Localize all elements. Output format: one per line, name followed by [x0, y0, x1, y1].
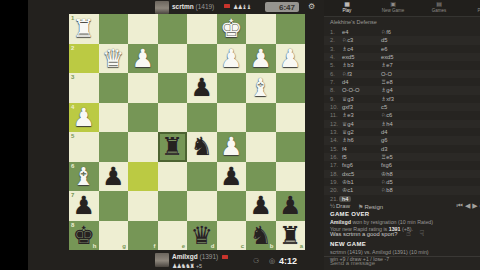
sidebar-tab-bar: ▦Play▣New Game▤Games⚉Players	[324, 0, 480, 17]
move-row-10: 10.gxf3c5	[324, 103, 480, 111]
game-over-title: GAME OVER	[330, 211, 480, 217]
file-label-c: c	[241, 243, 244, 249]
square-b4[interactable]	[246, 103, 276, 133]
tab-players[interactable]: ⚉Players	[462, 0, 480, 16]
square-d6[interactable]	[187, 162, 217, 192]
eye-icon[interactable]: ⚆	[253, 257, 259, 264]
move-row-19: 19.♔b1♘d5	[324, 178, 480, 186]
move-number: 17.	[324, 162, 339, 168]
file-label-e: e	[182, 243, 185, 249]
square-h5[interactable]: 5	[69, 132, 99, 162]
square-c7[interactable]	[217, 191, 247, 221]
move-row-14: 14.♗h6g6	[324, 136, 480, 144]
white-move[interactable]: ♗h6	[339, 137, 378, 143]
play-tab-icon: ▦	[324, 1, 370, 8]
black-move[interactable]: ♖e5	[378, 154, 417, 160]
black-pawn-icon: ♟	[99, 162, 129, 192]
square-f2[interactable]: ♟	[128, 44, 158, 74]
square-h2[interactable]: 2	[69, 44, 99, 74]
target-icon[interactable]: ◎	[269, 257, 275, 264]
chat-divider	[324, 256, 480, 257]
rank-label-4: 4	[71, 104, 74, 110]
square-a6[interactable]	[276, 162, 306, 192]
square-b8[interactable]: ♞b	[246, 221, 276, 251]
bottom-player-avatar[interactable]	[155, 253, 169, 267]
opening-name: Alekhine's Defense	[330, 19, 377, 25]
white-move[interactable]: ♕g2	[339, 129, 378, 135]
draw-button[interactable]: ½Draw	[330, 203, 350, 209]
move-number: 15.	[324, 146, 339, 152]
move-row-6: 6.♘f3O-O	[324, 70, 480, 78]
square-e7[interactable]	[158, 191, 188, 221]
square-f4[interactable]	[128, 103, 158, 133]
rank-label-2: 2	[71, 45, 74, 51]
square-d1[interactable]	[187, 14, 217, 44]
tab-label: New Game	[370, 8, 416, 13]
move-number: 19.	[324, 179, 339, 185]
white-pawn-icon: ♟	[246, 44, 276, 74]
bottom-player-flag-icon	[222, 255, 228, 259]
square-d3[interactable]: ♟	[187, 73, 217, 103]
move-number: 10.	[324, 104, 339, 110]
resign-button[interactable]: ⚑Resign	[358, 203, 383, 210]
black-move[interactable]: ♘f6	[378, 29, 417, 35]
move-number: 5.	[324, 62, 339, 68]
white-move[interactable]: ♘c3	[339, 37, 378, 43]
black-move[interactable]: d5	[378, 37, 417, 43]
top-player-flag-icon	[224, 4, 230, 8]
file-label-f: f	[154, 243, 156, 249]
white-move[interactable]: fxg6	[339, 162, 378, 168]
move-row-16: 16.f5♖e5	[324, 153, 480, 161]
black-move[interactable]: ♗e7	[378, 62, 417, 68]
move-number: 13.	[324, 129, 339, 135]
square-c1[interactable]: ♚	[217, 14, 247, 44]
good-sport-row: Was scrtmn a good sport? ☝ ☟	[330, 229, 424, 238]
move-row-5: 5.♗b3♗e7	[324, 61, 480, 69]
move-row-17: 17.fxg6fxg6	[324, 161, 480, 169]
black-move[interactable]: d4	[378, 129, 417, 135]
square-d8[interactable]: ♛d	[187, 221, 217, 251]
move-number: 7.	[324, 79, 339, 85]
black-move[interactable]: e6	[378, 46, 417, 52]
bottom-player-rating: (1391)	[199, 253, 218, 260]
square-c2[interactable]: ♟	[217, 44, 247, 74]
move-nav-group: ⏮◀▶⏭	[457, 202, 480, 210]
nav-next-icon[interactable]: ▶	[472, 202, 479, 209]
rank-label-1: 1	[71, 15, 74, 21]
move-row-13: 13.♕g2d4	[324, 128, 480, 136]
square-h3[interactable]: 3	[69, 73, 99, 103]
white-move[interactable]: ♕g4	[339, 121, 378, 127]
move-row-15: 15.f4d3	[324, 145, 480, 153]
square-a4[interactable]	[276, 103, 306, 133]
square-e5[interactable]: ♜	[158, 132, 188, 162]
square-g1[interactable]	[99, 14, 129, 44]
rank-label-6: 6	[71, 163, 74, 169]
square-f8[interactable]: f	[128, 221, 158, 251]
chess-app-window: scrtmn (1419) ♟♟♝♝ 6:47 ⚙ ♜1♚2♛♟♟♟♟3♟♝♟4…	[28, 0, 480, 270]
square-h4[interactable]: ♟4	[69, 103, 99, 133]
move-number: 21.	[324, 196, 339, 202]
move-row-18: 18.dxc5♔h8	[324, 170, 480, 178]
square-f1[interactable]	[128, 14, 158, 44]
square-f7[interactable]	[128, 191, 158, 221]
black-move[interactable]: ♘c6	[378, 112, 417, 118]
rank-label-7: 7	[71, 192, 74, 198]
file-label-b: b	[270, 243, 274, 249]
move-list: 1.e4♘f62.♘c3d53.♗c4e64.exd5exd55.♗b3♗e76…	[324, 28, 480, 203]
white-move[interactable]: ♔c1	[339, 187, 378, 193]
move-number: 16.	[324, 154, 339, 160]
black-move[interactable]: ♘b8	[378, 187, 417, 193]
file-label-h: h	[93, 243, 97, 249]
move-row-9: 9.♕g3♗xf3	[324, 95, 480, 103]
move-number: 2.	[324, 37, 339, 43]
square-g8[interactable]: g	[99, 221, 129, 251]
black-rook-icon: ♜	[158, 132, 188, 162]
black-move[interactable]: ♔h8	[378, 171, 417, 177]
black-move[interactable]: O-O	[378, 71, 417, 77]
white-move[interactable]: ♗b3	[339, 62, 378, 68]
top-player-rating: (1419)	[196, 3, 215, 10]
letterbox-stage: scrtmn (1419) ♟♟♝♝ 6:47 ⚙ ♜1♚2♛♟♟♟♟3♟♝♟4…	[0, 0, 480, 270]
white-move[interactable]: ♗e3	[339, 112, 378, 118]
white-move[interactable]: ♕g3	[339, 96, 378, 102]
square-b7[interactable]: ♟	[246, 191, 276, 221]
white-queen-icon: ♛	[99, 44, 129, 74]
square-e4[interactable]	[158, 103, 188, 133]
white-move[interactable]: f5	[339, 154, 378, 160]
square-h6[interactable]: ♝6	[69, 162, 99, 192]
move-row-4: 4.exd5exd5	[324, 53, 480, 61]
square-b1[interactable]	[246, 14, 276, 44]
square-h7[interactable]: ♟7	[69, 191, 99, 221]
white-pawn-icon: ♟	[217, 132, 247, 162]
square-e3[interactable]	[158, 73, 188, 103]
move-row-20: 20.♔c1♘b8	[324, 186, 480, 194]
move-number: 20.	[324, 187, 339, 193]
square-g3[interactable]	[99, 73, 129, 103]
tab-play[interactable]: ▦Play	[324, 0, 370, 16]
black-knight-icon: ♞	[187, 132, 217, 162]
white-pawn-icon: ♟	[276, 44, 306, 74]
square-a3[interactable]	[276, 73, 306, 103]
square-c6[interactable]: ♟	[217, 162, 247, 192]
thumbs-up-icon[interactable]: ☝	[406, 229, 411, 238]
bottom-captured-pieces: ♟♟♞♞♜+5	[172, 262, 202, 269]
square-g5[interactable]	[99, 132, 129, 162]
nav-first-icon[interactable]: ⏮	[457, 202, 465, 209]
square-a1[interactable]	[276, 14, 306, 44]
square-a8[interactable]: ♜a	[276, 221, 306, 251]
white-move[interactable]: O-O-O	[339, 87, 378, 93]
square-d7[interactable]	[187, 191, 217, 221]
tab-new-game[interactable]: ▣New Game	[370, 0, 416, 16]
square-g2[interactable]: ♛	[99, 44, 129, 74]
black-pawn-icon: ♟	[246, 191, 276, 221]
black-pawn-icon: ♟	[276, 191, 306, 221]
black-move[interactable]: ♖e8	[378, 79, 417, 85]
chess-board: ♜1♚2♛♟♟♟♟3♟♝♟45♜♞♟♝6♟♟♟7♟♟♚8hgfe♛dc♞b♜a	[69, 14, 305, 250]
move-row-2: 2.♘c3d5	[324, 36, 480, 44]
white-pawn-icon: ♟	[217, 44, 247, 74]
white-pawn-icon: ♟	[128, 44, 158, 74]
move-number: 4.	[324, 54, 339, 60]
square-e6[interactable]	[158, 162, 188, 192]
move-number: 6.	[324, 71, 339, 77]
white-move[interactable]: ♗c4	[339, 46, 378, 52]
white-move[interactable]: f4	[339, 146, 378, 152]
square-h8[interactable]: ♚8h	[69, 221, 99, 251]
square-b5[interactable]	[246, 132, 276, 162]
move-row-11: 11.♗e3♘c6	[324, 111, 480, 119]
tab-games[interactable]: ▤Games	[416, 0, 462, 16]
top-player-name[interactable]: scrtmn (1419)	[172, 3, 214, 10]
square-d4[interactable]	[187, 103, 217, 133]
games-tab-icon: ▤	[416, 1, 462, 8]
square-a5[interactable]	[276, 132, 306, 162]
white-move[interactable]: h4	[339, 196, 378, 202]
top-player-avatar[interactable]	[155, 1, 169, 14]
move-row-1: 1.e4♘f6	[324, 28, 480, 36]
file-label-a: a	[300, 243, 303, 249]
square-e8[interactable]: e	[158, 221, 188, 251]
game-sidebar: ▦Play▣New Game▤Games⚉Players Alekhine's …	[324, 0, 480, 270]
square-b2[interactable]: ♟	[246, 44, 276, 74]
black-move[interactable]: ♘d5	[378, 179, 417, 185]
new-game-pairing[interactable]: scrtmn (1419) vs. Amilxgd (1391) (10 min…	[330, 249, 480, 255]
square-a7[interactable]: ♟	[276, 191, 306, 221]
game-result-text: Amilxgd won by resignation (10 min Rated…	[330, 219, 480, 225]
white-bishop-icon: ♝	[246, 73, 276, 103]
thumbs-down-icon[interactable]: ☟	[420, 229, 425, 238]
new-game-panel: NEW GAME scrtmn (1419) vs. Amilxgd (1391…	[330, 241, 480, 262]
top-player-clock: 6:47	[265, 2, 299, 12]
square-c4[interactable]	[217, 103, 247, 133]
square-d2[interactable]	[187, 44, 217, 74]
move-number: 11.	[324, 112, 339, 118]
square-c5[interactable]: ♟	[217, 132, 247, 162]
new-game-tab-icon: ▣	[370, 1, 416, 8]
white-king-icon: ♚	[217, 14, 247, 44]
white-move[interactable]: d4	[339, 79, 378, 85]
bottom-player-bar: Amilxgd (1391) ♟♟♞♞♜+5 ⚆ ◎ 4:12	[56, 250, 324, 270]
draw-icon: ½	[330, 203, 335, 209]
gear-icon[interactable]: ⚙	[308, 3, 315, 10]
black-move[interactable]: ♗h4	[378, 121, 417, 127]
rank-label-5: 5	[71, 133, 74, 139]
move-number: 8.	[324, 87, 339, 93]
square-f6[interactable]	[128, 162, 158, 192]
black-pawn-icon: ♟	[217, 162, 247, 192]
move-row-8: 8.O-O-O♗g4	[324, 86, 480, 94]
square-e2[interactable]	[158, 44, 188, 74]
bottom-player-clock: 4:12	[279, 256, 297, 266]
black-move[interactable]: exd5	[378, 54, 417, 60]
square-f3[interactable]	[128, 73, 158, 103]
white-move[interactable]: exd5	[339, 54, 378, 60]
square-d5[interactable]: ♞	[187, 132, 217, 162]
bottom-player-name[interactable]: Amilxgd (1391)	[172, 253, 228, 260]
rank-label-3: 3	[71, 74, 74, 80]
white-move[interactable]: dxc5	[339, 171, 378, 177]
chat-input[interactable]: Send a message ☺	[330, 260, 480, 266]
black-move[interactable]: ♗g4	[378, 87, 417, 93]
move-number: 14.	[324, 137, 339, 143]
white-move[interactable]: ♔b1	[339, 179, 378, 185]
square-b3[interactable]: ♝	[246, 73, 276, 103]
top-player-bar: scrtmn (1419) ♟♟♝♝ 6:47 ⚙	[56, 0, 324, 14]
square-e1[interactable]	[158, 14, 188, 44]
file-label-g: g	[122, 243, 126, 249]
file-label-d: d	[211, 243, 215, 249]
black-move[interactable]: g6	[378, 137, 417, 143]
white-move[interactable]: gxf3	[339, 104, 378, 110]
move-number: 12.	[324, 121, 339, 127]
new-game-title: NEW GAME	[330, 241, 480, 247]
square-g7[interactable]	[99, 191, 129, 221]
square-c8[interactable]: c	[217, 221, 247, 251]
square-a2[interactable]: ♟	[276, 44, 306, 74]
top-captured-pieces: ♟♟♝♝	[233, 3, 253, 10]
move-number: 9.	[324, 96, 339, 102]
black-pawn-icon: ♟	[187, 73, 217, 103]
tab-label: Play	[324, 8, 370, 13]
resign-flag-icon: ⚑	[358, 204, 363, 210]
black-move[interactable]: fxg6	[378, 162, 417, 168]
square-b6[interactable]	[246, 162, 276, 192]
tab-label: Games	[416, 8, 462, 13]
black-move[interactable]: d3	[378, 146, 417, 152]
move-row-3: 3.♗c4e6	[324, 45, 480, 53]
tab-label: Players	[462, 8, 480, 13]
white-move[interactable]: e4	[339, 29, 378, 35]
square-c3[interactable]	[217, 73, 247, 103]
move-number: 18.	[324, 171, 339, 177]
rank-label-8: 8	[71, 222, 74, 228]
move-row-7: 7.d4♖e8	[324, 78, 480, 86]
square-g4[interactable]	[99, 103, 129, 133]
square-f5[interactable]	[128, 132, 158, 162]
players-tab-icon: ⚉	[462, 1, 480, 8]
square-h1[interactable]: ♜1	[69, 14, 99, 44]
black-move[interactable]: ♗xf3	[378, 96, 417, 102]
move-number: 3.	[324, 46, 339, 52]
square-g6[interactable]: ♟	[99, 162, 129, 192]
black-move[interactable]: c5	[378, 104, 417, 110]
move-row-12: 12.♕g4♗h4	[324, 120, 480, 128]
white-move[interactable]: ♘f3	[339, 71, 378, 77]
move-number: 1.	[324, 29, 339, 35]
